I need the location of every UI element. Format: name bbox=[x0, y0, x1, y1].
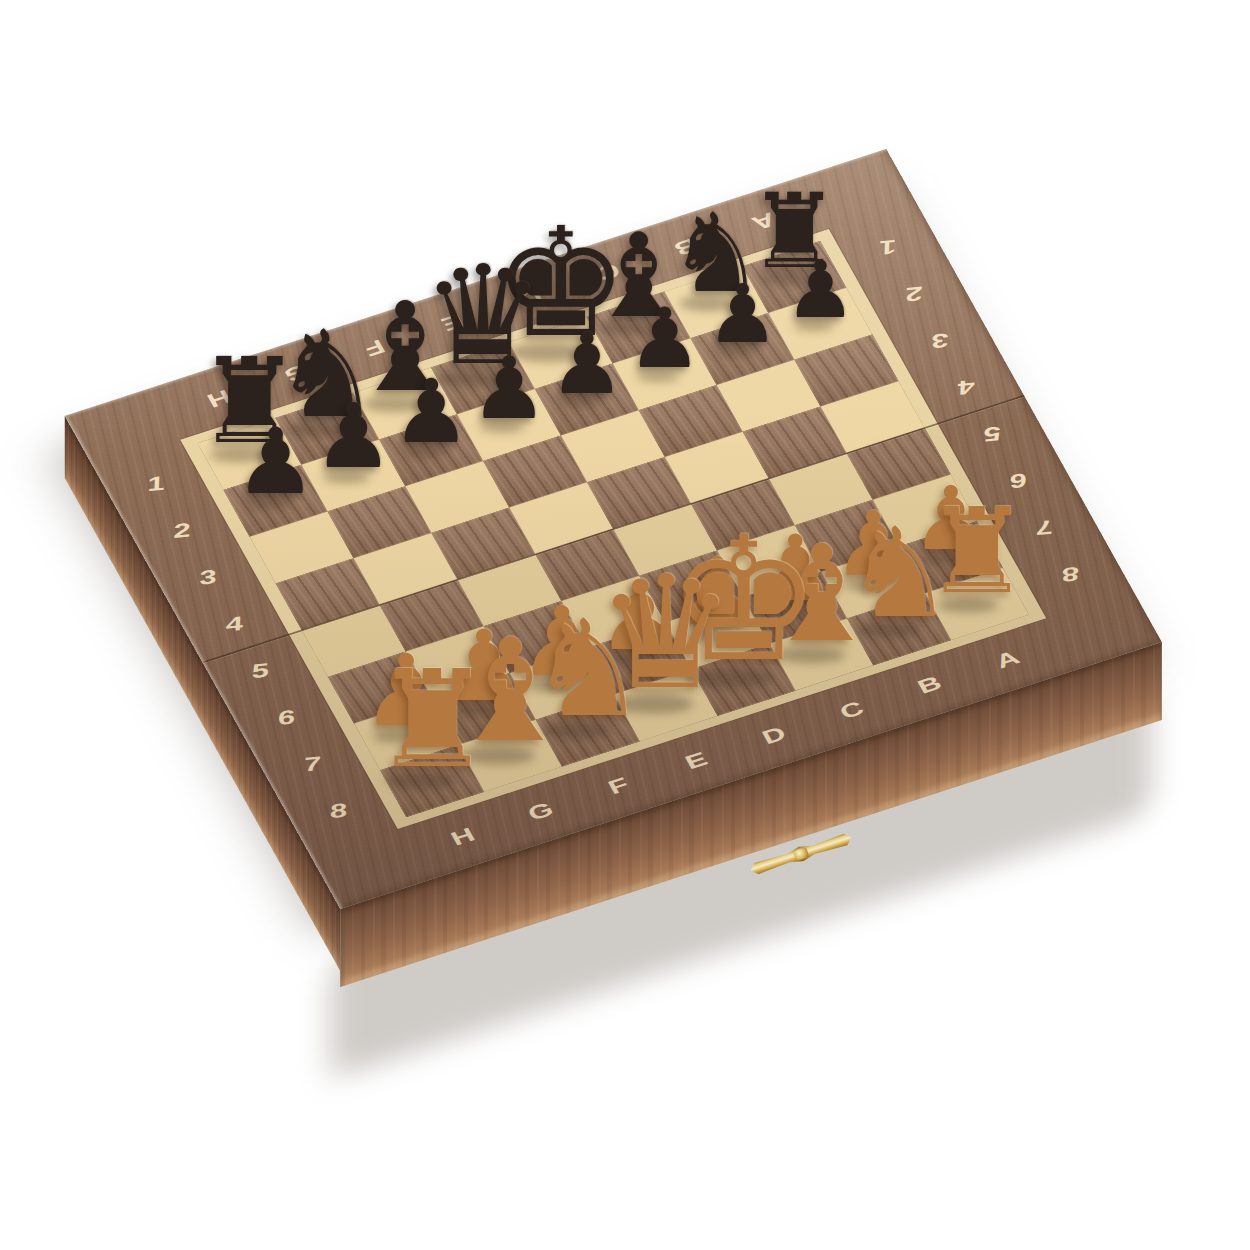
rank-label-left-4: 4 bbox=[225, 612, 244, 636]
piece-white-rook-h8[interactable]: ♜ bbox=[372, 653, 492, 787]
file-label-near-C: C bbox=[836, 697, 869, 724]
piece-black-pawn-b2[interactable]: ♟ bbox=[706, 274, 779, 355]
rank-label-left-5: 5 bbox=[251, 659, 270, 683]
rank-label-left-2: 2 bbox=[173, 519, 192, 543]
rank-label-left-7: 7 bbox=[304, 752, 323, 776]
piece-black-pawn-g2[interactable]: ♟ bbox=[314, 392, 394, 481]
piece-black-pawn-a2[interactable]: ♟ bbox=[785, 251, 856, 330]
rank-label-right-3: 3 bbox=[930, 328, 949, 352]
chess-set-photo: HHGGFFEEDDCCBBAA1122334455667788 ♜♞♟♝♟♚♟… bbox=[0, 0, 1250, 1250]
file-label-near-H: H bbox=[447, 823, 480, 850]
rank-label-left-3: 3 bbox=[199, 566, 218, 590]
file-label-near-A: A bbox=[991, 646, 1024, 673]
rank-label-left-6: 6 bbox=[277, 706, 296, 730]
piece-black-pawn-h2[interactable]: ♟ bbox=[235, 416, 317, 507]
piece-black-pawn-d2[interactable]: ♟ bbox=[549, 322, 624, 406]
piece-black-pawn-c2[interactable]: ♟ bbox=[628, 297, 702, 380]
rank-label-right-5: 5 bbox=[982, 421, 1001, 445]
file-label-near-D: D bbox=[758, 722, 791, 749]
rank-label-left-8: 8 bbox=[330, 799, 349, 823]
rank-label-left-1: 1 bbox=[147, 472, 166, 496]
file-label-near-B: B bbox=[914, 671, 947, 698]
rank-label-right-7: 7 bbox=[1034, 515, 1053, 539]
piece-black-pawn-e2[interactable]: ♟ bbox=[471, 345, 548, 431]
file-label-near-G: G bbox=[524, 798, 559, 826]
piece-black-pawn-f2[interactable]: ♟ bbox=[392, 368, 471, 456]
rank-label-right-4: 4 bbox=[956, 375, 975, 399]
file-label-near-E: E bbox=[681, 748, 713, 775]
rank-label-right-1: 1 bbox=[878, 235, 897, 259]
file-label-near-F: F bbox=[604, 773, 634, 799]
rank-label-right-8: 8 bbox=[1060, 562, 1079, 586]
rank-label-right-2: 2 bbox=[904, 281, 923, 305]
